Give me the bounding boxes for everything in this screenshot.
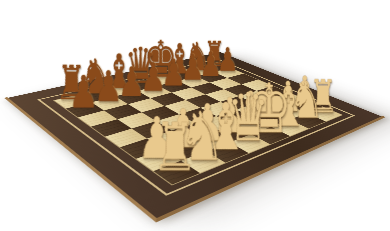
chess-board: ♜♞♝♛♚♝♞♜♟♟♟♟♟♟♟♟♟♟♟♟♟♟♟♟♜♞♝♛♚♝♞♜: [7, 52, 383, 220]
piece-glyph: ♜: [150, 115, 200, 183]
chess-set-photo-scene: ♜♞♝♛♚♝♞♜♟♟♟♟♟♟♟♟♟♟♟♟♟♟♟♟♜♞♝♛♚♝♞♜: [0, 0, 390, 231]
piece-glyph: ♟: [67, 71, 99, 117]
